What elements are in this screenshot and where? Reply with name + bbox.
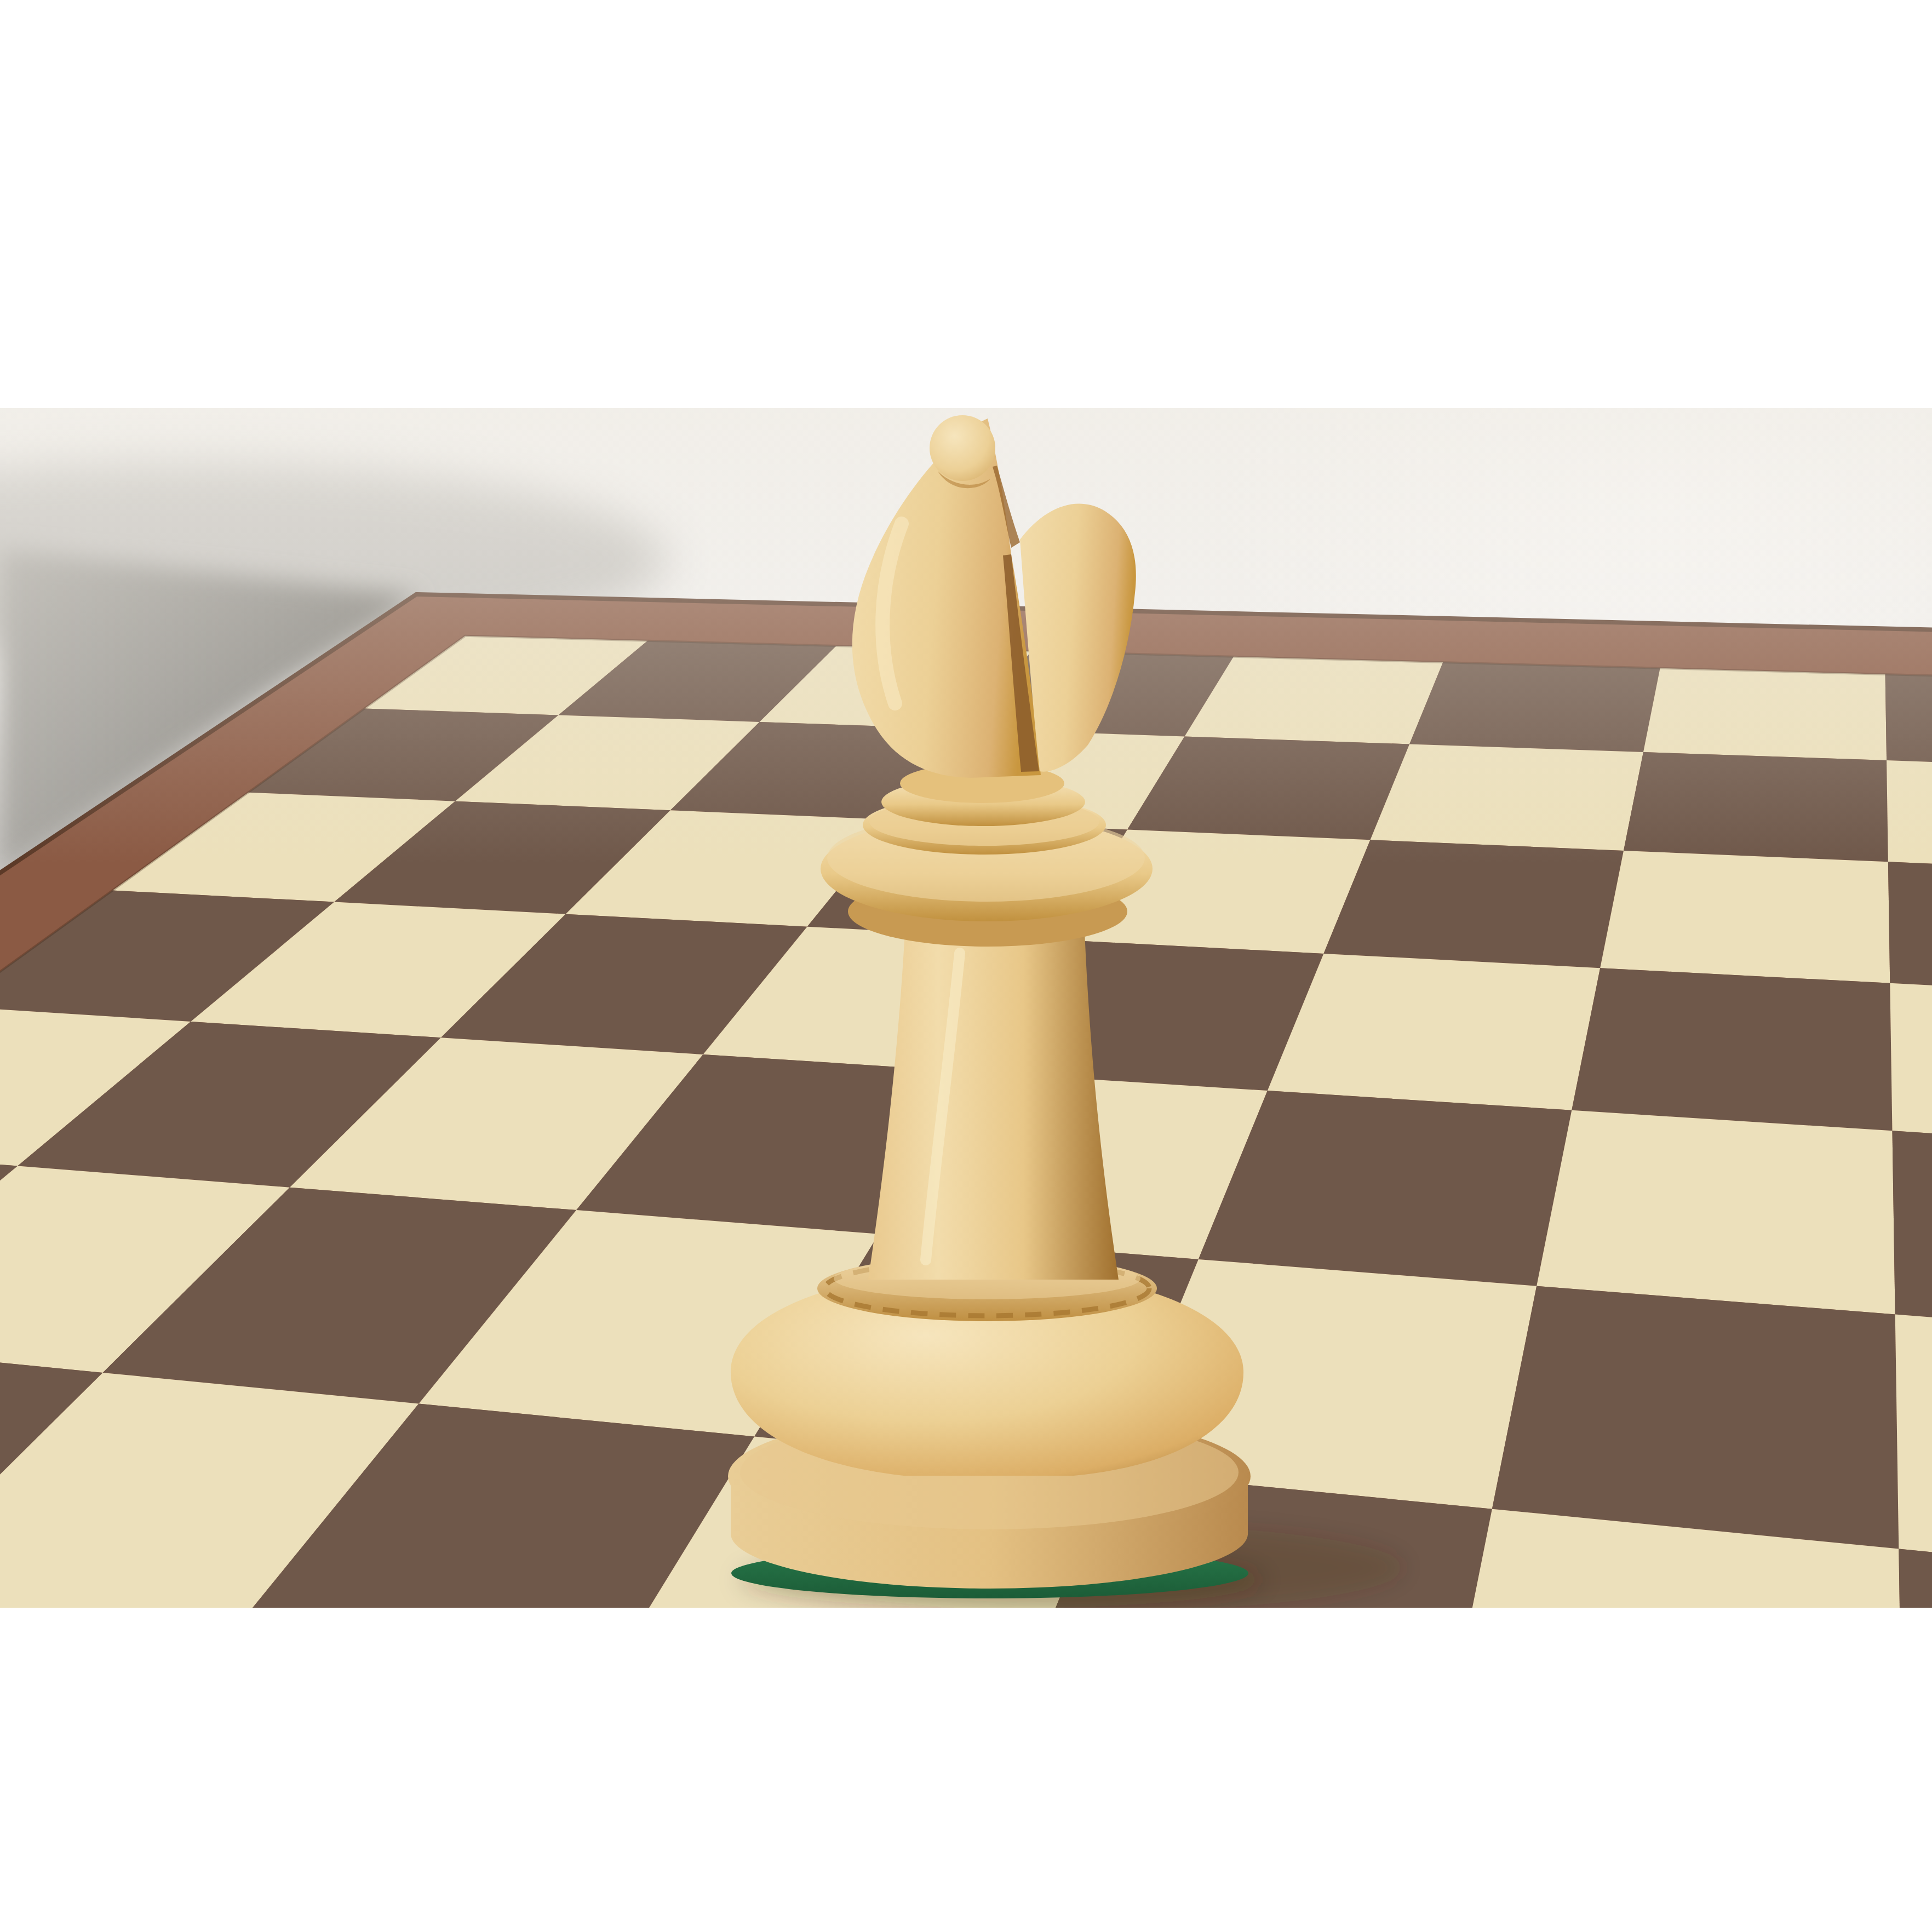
photo-frame bbox=[0, 408, 1932, 1608]
bottom-white-letterbox bbox=[0, 1608, 1932, 1932]
top-white-letterbox bbox=[0, 0, 1932, 408]
stem bbox=[868, 931, 1119, 1280]
photo-scene bbox=[0, 408, 1932, 1608]
finial-ball bbox=[930, 415, 995, 481]
